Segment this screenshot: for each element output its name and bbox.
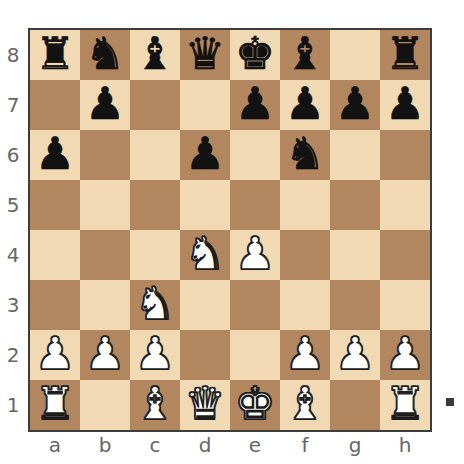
black-pawn[interactable]: ♟ — [35, 129, 75, 179]
black-knight[interactable]: ♞ — [85, 29, 125, 79]
square-c7[interactable] — [130, 80, 180, 130]
white-pawn[interactable]: ♟ — [285, 329, 325, 379]
square-b3[interactable] — [80, 280, 130, 330]
rank-label-5: 5 — [0, 180, 26, 230]
square-d1[interactable]: ♛ — [180, 380, 230, 430]
square-h4[interactable] — [380, 230, 430, 280]
square-h5[interactable] — [380, 180, 430, 230]
white-rook[interactable]: ♜ — [385, 379, 425, 429]
file-labels: abcdefgh — [30, 432, 430, 460]
square-e8[interactable]: ♚ — [230, 30, 280, 80]
chess-app: 87654321 ♜♞♝♛♚♝♜♟♟♟♟♟♟♟♞♞♟♞♟♟♟♟♟♟♜♝♛♚♝♜ … — [0, 0, 464, 464]
square-a1[interactable]: ♜ — [30, 380, 80, 430]
file-label-c: c — [130, 432, 180, 460]
square-d5[interactable] — [180, 180, 230, 230]
turn-indicator — [446, 398, 454, 406]
square-a2[interactable]: ♟ — [30, 330, 80, 380]
file-label-e: e — [230, 432, 280, 460]
square-c5[interactable] — [130, 180, 180, 230]
square-g2[interactable]: ♟ — [330, 330, 380, 380]
square-e7[interactable]: ♟ — [230, 80, 280, 130]
square-d8[interactable]: ♛ — [180, 30, 230, 80]
file-label-d: d — [180, 432, 230, 460]
square-c3[interactable]: ♞ — [130, 280, 180, 330]
black-pawn[interactable]: ♟ — [285, 79, 325, 129]
square-e6[interactable] — [230, 130, 280, 180]
rank-label-1: 1 — [0, 380, 26, 430]
square-a7[interactable] — [30, 80, 80, 130]
square-e2[interactable] — [230, 330, 280, 380]
square-h6[interactable] — [380, 130, 430, 180]
square-d7[interactable] — [180, 80, 230, 130]
square-d6[interactable]: ♟ — [180, 130, 230, 180]
file-label-g: g — [330, 432, 380, 460]
square-b1[interactable] — [80, 380, 130, 430]
black-knight[interactable]: ♞ — [285, 129, 325, 179]
white-pawn[interactable]: ♟ — [135, 329, 175, 379]
black-pawn[interactable]: ♟ — [335, 79, 375, 129]
rank-label-4: 4 — [0, 230, 26, 280]
file-label-b: b — [80, 432, 130, 460]
square-g3[interactable] — [330, 280, 380, 330]
square-c1[interactable]: ♝ — [130, 380, 180, 430]
square-b7[interactable]: ♟ — [80, 80, 130, 130]
square-c8[interactable]: ♝ — [130, 30, 180, 80]
black-pawn[interactable]: ♟ — [185, 129, 225, 179]
white-knight[interactable]: ♞ — [135, 279, 175, 329]
rank-label-2: 2 — [0, 330, 26, 380]
black-queen[interactable]: ♛ — [185, 29, 225, 79]
file-label-a: a — [30, 432, 80, 460]
square-c6[interactable] — [130, 130, 180, 180]
square-b2[interactable]: ♟ — [80, 330, 130, 380]
square-e5[interactable] — [230, 180, 280, 230]
square-h7[interactable]: ♟ — [380, 80, 430, 130]
black-pawn[interactable]: ♟ — [235, 79, 275, 129]
square-e4[interactable]: ♟ — [230, 230, 280, 280]
black-pawn[interactable]: ♟ — [85, 79, 125, 129]
white-bishop[interactable]: ♝ — [135, 379, 175, 429]
square-g6[interactable] — [330, 130, 380, 180]
square-a3[interactable] — [30, 280, 80, 330]
rank-labels: 87654321 — [0, 30, 26, 430]
square-g1[interactable] — [330, 380, 380, 430]
white-bishop[interactable]: ♝ — [285, 379, 325, 429]
square-g8[interactable] — [330, 30, 380, 80]
white-king[interactable]: ♚ — [235, 379, 275, 429]
square-f5[interactable] — [280, 180, 330, 230]
square-h3[interactable] — [380, 280, 430, 330]
white-queen[interactable]: ♛ — [185, 379, 225, 429]
white-knight[interactable]: ♞ — [185, 229, 225, 279]
square-f3[interactable] — [280, 280, 330, 330]
file-label-f: f — [280, 432, 330, 460]
square-a8[interactable]: ♜ — [30, 30, 80, 80]
rank-label-6: 6 — [0, 130, 26, 180]
white-pawn[interactable]: ♟ — [235, 229, 275, 279]
rank-label-7: 7 — [0, 80, 26, 130]
square-b5[interactable] — [80, 180, 130, 230]
square-f1[interactable]: ♝ — [280, 380, 330, 430]
black-king[interactable]: ♚ — [235, 29, 275, 79]
square-g4[interactable] — [330, 230, 380, 280]
white-pawn[interactable]: ♟ — [385, 329, 425, 379]
square-g5[interactable] — [330, 180, 380, 230]
black-rook[interactable]: ♜ — [385, 29, 425, 79]
chess-board: ♜♞♝♛♚♝♜♟♟♟♟♟♟♟♞♞♟♞♟♟♟♟♟♟♜♝♛♚♝♜ — [30, 30, 430, 430]
square-d3[interactable] — [180, 280, 230, 330]
square-h1[interactable]: ♜ — [380, 380, 430, 430]
white-pawn[interactable]: ♟ — [335, 329, 375, 379]
square-b8[interactable]: ♞ — [80, 30, 130, 80]
square-f4[interactable] — [280, 230, 330, 280]
rank-label-8: 8 — [0, 30, 26, 80]
square-d2[interactable] — [180, 330, 230, 380]
white-pawn[interactable]: ♟ — [35, 329, 75, 379]
black-bishop[interactable]: ♝ — [135, 29, 175, 79]
square-f6[interactable]: ♞ — [280, 130, 330, 180]
square-e3[interactable] — [230, 280, 280, 330]
square-g7[interactable]: ♟ — [330, 80, 380, 130]
black-bishop[interactable]: ♝ — [285, 29, 325, 79]
white-rook[interactable]: ♜ — [35, 379, 75, 429]
white-pawn[interactable]: ♟ — [85, 329, 125, 379]
file-label-h: h — [380, 432, 430, 460]
square-a6[interactable]: ♟ — [30, 130, 80, 180]
square-b6[interactable] — [80, 130, 130, 180]
square-f7[interactable]: ♟ — [280, 80, 330, 130]
square-f8[interactable]: ♝ — [280, 30, 330, 80]
black-rook[interactable]: ♜ — [35, 29, 75, 79]
square-c4[interactable] — [130, 230, 180, 280]
black-pawn[interactable]: ♟ — [385, 79, 425, 129]
square-a4[interactable] — [30, 230, 80, 280]
square-b4[interactable] — [80, 230, 130, 280]
rank-label-3: 3 — [0, 280, 26, 330]
square-f2[interactable]: ♟ — [280, 330, 330, 380]
square-d4[interactable]: ♞ — [180, 230, 230, 280]
square-a5[interactable] — [30, 180, 80, 230]
square-c2[interactable]: ♟ — [130, 330, 180, 380]
square-e1[interactable]: ♚ — [230, 380, 280, 430]
square-h2[interactable]: ♟ — [380, 330, 430, 380]
board-frame: ♜♞♝♛♚♝♜♟♟♟♟♟♟♟♞♞♟♞♟♟♟♟♟♟♜♝♛♚♝♜ — [28, 28, 432, 432]
square-h8[interactable]: ♜ — [380, 30, 430, 80]
